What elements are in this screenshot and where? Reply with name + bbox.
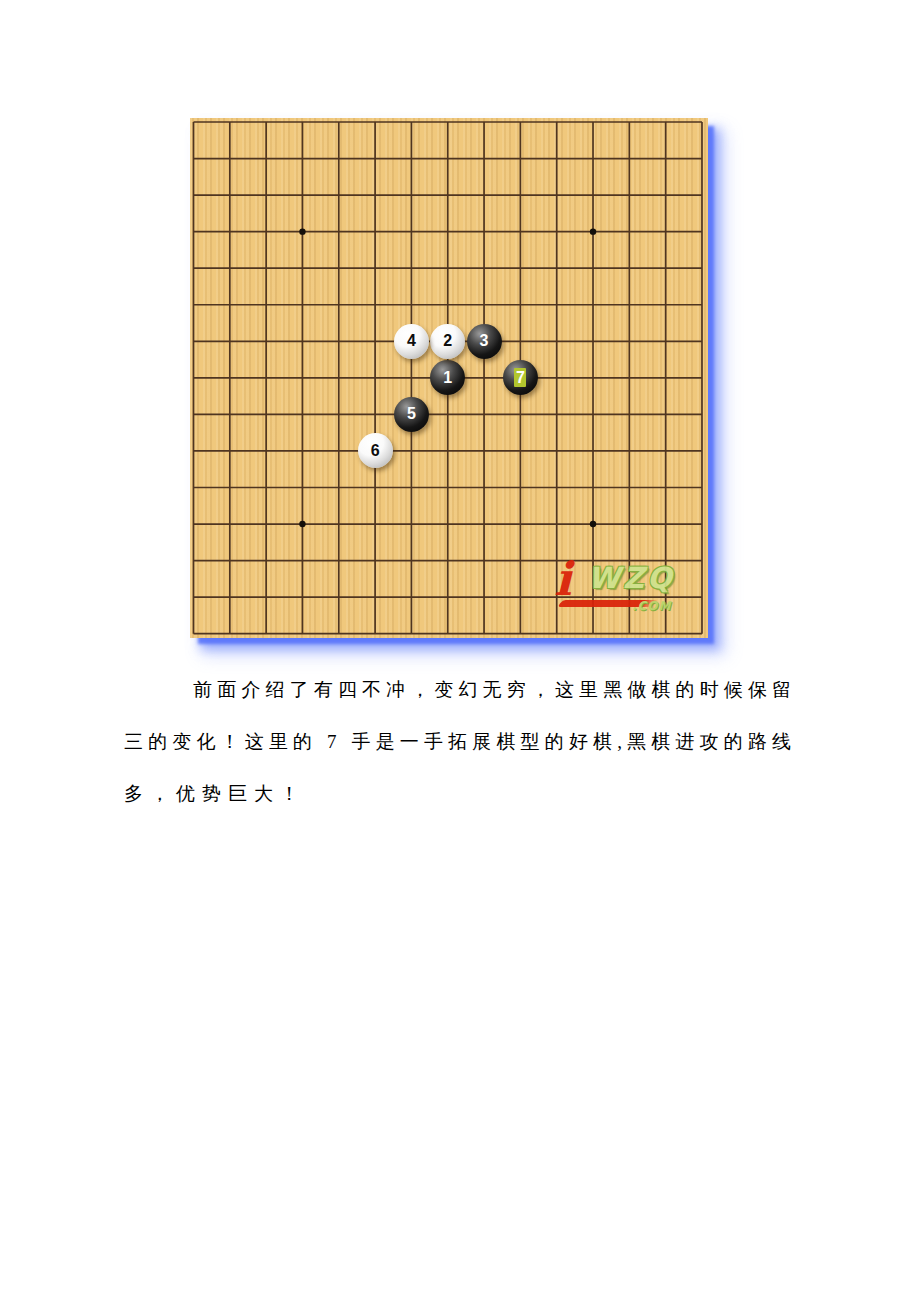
caption-line-3: 多，优势巨大！: [124, 768, 796, 820]
star-point: [590, 521, 596, 527]
caption-paragraph: 前面介绍了有四不冲，变幻无穷，这里黑做棋的时候保留了眠 三的变化！这里的 7 手…: [124, 664, 796, 820]
caption-line-1: 前面介绍了有四不冲，变幻无穷，这里黑做棋的时候保留了眠: [124, 664, 796, 716]
stone-black-7: 7: [503, 360, 538, 395]
stone-black-3: 3: [467, 324, 502, 359]
stone-white-6: 6: [358, 433, 393, 468]
move-number: 4: [407, 333, 416, 349]
stone-white-2: 2: [430, 324, 465, 359]
gomoku-board: 1234567 i WZQ .COM: [190, 118, 708, 638]
move-number: 7: [516, 370, 525, 386]
star-point: [590, 228, 596, 234]
move-number: 2: [443, 333, 452, 349]
iwzq-watermark: i WZQ .COM: [554, 562, 702, 616]
move-number: 3: [480, 333, 489, 349]
star-point: [299, 521, 305, 527]
move-number: 1: [443, 370, 452, 386]
caption-line-2: 三的变化！这里的 7 手是一手拓展棋型的好棋,黑棋进攻的路线非常: [124, 716, 796, 768]
star-point: [299, 228, 305, 234]
logo-i-glyph: i: [554, 556, 571, 602]
logo-wzq-text: WZQ: [588, 564, 675, 593]
move-number: 6: [371, 443, 380, 459]
stone-black-5: 5: [394, 397, 429, 432]
logo-com-text: .COM: [632, 600, 672, 612]
move-number: 5: [407, 406, 416, 422]
stone-white-4: 4: [394, 324, 429, 359]
